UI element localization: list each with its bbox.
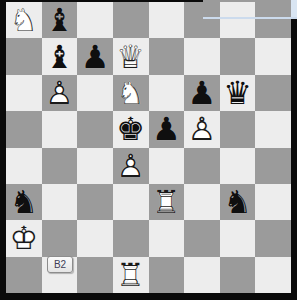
- square-h5[interactable]: [255, 111, 291, 147]
- piece-black-pawn[interactable]: ♟: [149, 111, 185, 147]
- square-c1[interactable]: [77, 257, 113, 293]
- piece-white-pawn[interactable]: ♟♙: [184, 111, 220, 147]
- square-g6[interactable]: ♛: [220, 75, 256, 111]
- square-c3[interactable]: [77, 184, 113, 220]
- square-g2[interactable]: [220, 220, 256, 256]
- square-a7[interactable]: [6, 38, 42, 74]
- square-d7[interactable]: ♛♕: [113, 38, 149, 74]
- square-f3[interactable]: [184, 184, 220, 220]
- square-f4[interactable]: [184, 148, 220, 184]
- chessboard: ♞♘♝♝♟♛♕♟♙♞♘♟♛♚♟♟♙♟♙♞♜♖♞♚♔♜♖: [6, 2, 291, 293]
- square-a5[interactable]: [6, 111, 42, 147]
- piece-black-pawn[interactable]: ♟: [184, 75, 220, 111]
- square-a2[interactable]: ♚♔: [6, 220, 42, 256]
- piece-white-king[interactable]: ♚♔: [6, 220, 42, 256]
- square-d5[interactable]: ♚: [113, 111, 149, 147]
- square-d2[interactable]: [113, 220, 149, 256]
- piece-white-knight[interactable]: ♞♘: [113, 75, 149, 111]
- square-g7[interactable]: [220, 38, 256, 74]
- piece-black-bishop[interactable]: ♝: [42, 38, 78, 74]
- piece-black-king[interactable]: ♚: [113, 111, 149, 147]
- square-c8[interactable]: [77, 2, 113, 38]
- square-f8[interactable]: [184, 2, 220, 38]
- square-a3[interactable]: ♞: [6, 184, 42, 220]
- square-b5[interactable]: [42, 111, 78, 147]
- window-overlap-corner: [291, 0, 297, 17]
- square-h2[interactable]: [255, 220, 291, 256]
- square-c4[interactable]: [77, 148, 113, 184]
- square-f2[interactable]: [184, 220, 220, 256]
- piece-black-pawn[interactable]: ♟: [77, 38, 113, 74]
- square-a4[interactable]: [6, 148, 42, 184]
- square-d4[interactable]: ♟♙: [113, 148, 149, 184]
- square-c2[interactable]: [77, 220, 113, 256]
- square-g4[interactable]: [220, 148, 256, 184]
- square-f1[interactable]: [184, 257, 220, 293]
- piece-black-knight[interactable]: ♞: [6, 184, 42, 220]
- square-h7[interactable]: [255, 38, 291, 74]
- square-e2[interactable]: [149, 220, 185, 256]
- square-e6[interactable]: [149, 75, 185, 111]
- square-a6[interactable]: [6, 75, 42, 111]
- square-h8[interactable]: [255, 2, 291, 38]
- square-g5[interactable]: [220, 111, 256, 147]
- piece-black-knight[interactable]: ♞: [220, 184, 256, 220]
- square-b2[interactable]: [42, 220, 78, 256]
- square-e7[interactable]: [149, 38, 185, 74]
- square-d3[interactable]: [113, 184, 149, 220]
- piece-white-rook[interactable]: ♜♖: [113, 257, 149, 293]
- square-e4[interactable]: [149, 148, 185, 184]
- square-b7[interactable]: ♝: [42, 38, 78, 74]
- square-c7[interactable]: ♟: [77, 38, 113, 74]
- square-h3[interactable]: [255, 184, 291, 220]
- square-g1[interactable]: [220, 257, 256, 293]
- square-h1[interactable]: [255, 257, 291, 293]
- square-g8[interactable]: [220, 2, 256, 38]
- square-b3[interactable]: [42, 184, 78, 220]
- square-e8[interactable]: [149, 2, 185, 38]
- square-f7[interactable]: [184, 38, 220, 74]
- square-d6[interactable]: ♞♘: [113, 75, 149, 111]
- square-c6[interactable]: [77, 75, 113, 111]
- square-a8[interactable]: ♞♘: [6, 2, 42, 38]
- piece-white-knight[interactable]: ♞♘: [6, 2, 42, 38]
- piece-black-queen[interactable]: ♛: [220, 75, 256, 111]
- square-f5[interactable]: ♟♙: [184, 111, 220, 147]
- square-f6[interactable]: ♟: [184, 75, 220, 111]
- piece-black-bishop[interactable]: ♝: [42, 2, 78, 38]
- square-e3[interactable]: ♜♖: [149, 184, 185, 220]
- piece-white-pawn[interactable]: ♟♙: [42, 75, 78, 111]
- square-a1[interactable]: [6, 257, 42, 293]
- square-e5[interactable]: ♟: [149, 111, 185, 147]
- piece-white-pawn[interactable]: ♟♙: [113, 148, 149, 184]
- square-b4[interactable]: [42, 148, 78, 184]
- window-overlap-strip: [203, 0, 297, 2]
- square-d1[interactable]: ♜♖: [113, 257, 149, 293]
- window-overlap-line: [203, 17, 297, 19]
- square-d8[interactable]: [113, 2, 149, 38]
- move-hint-label: B2: [47, 256, 73, 273]
- chess-app-window: ♞♘♝♝♟♛♕♟♙♞♘♟♛♚♟♟♙♟♙♞♜♖♞♚♔♜♖ B2: [0, 0, 297, 300]
- piece-white-queen[interactable]: ♛♕: [113, 38, 149, 74]
- square-e1[interactable]: [149, 257, 185, 293]
- square-b8[interactable]: ♝: [42, 2, 78, 38]
- square-c5[interactable]: [77, 111, 113, 147]
- square-b6[interactable]: ♟♙: [42, 75, 78, 111]
- square-h4[interactable]: [255, 148, 291, 184]
- square-g3[interactable]: ♞: [220, 184, 256, 220]
- piece-white-rook[interactable]: ♜♖: [149, 184, 185, 220]
- square-h6[interactable]: [255, 75, 291, 111]
